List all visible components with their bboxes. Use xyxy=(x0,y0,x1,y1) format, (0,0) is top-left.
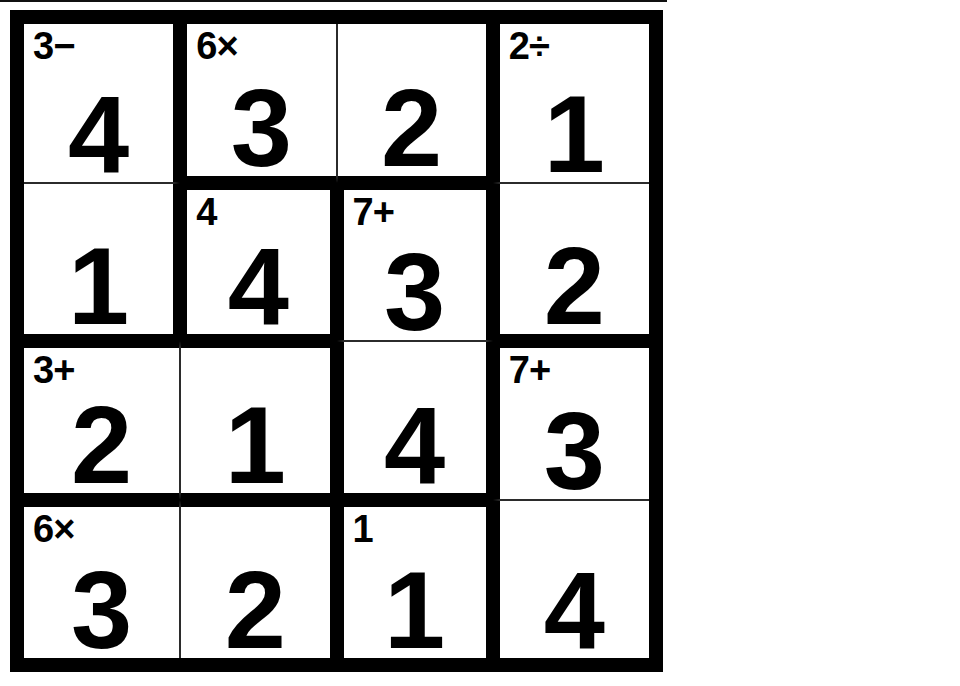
cell-r2c2[interactable]: 4 4 xyxy=(180,183,336,342)
cell-r3c1[interactable]: 3+ 2 xyxy=(24,341,180,500)
cage-clue: 7+ xyxy=(353,192,394,234)
cage-clue: 7+ xyxy=(509,350,550,392)
cage-clue: 3+ xyxy=(33,350,74,392)
cell-value: 2 xyxy=(500,243,649,329)
cell-r4c3[interactable]: 1 1 xyxy=(337,500,493,659)
cell-r2c3[interactable]: 7+ 3 xyxy=(337,183,493,342)
cell-r4c4[interactable]: 4 xyxy=(493,500,649,659)
cell-value: 4 xyxy=(500,567,649,653)
cage-clue: 2÷ xyxy=(509,26,549,68)
cell-value: 2 xyxy=(181,567,329,653)
cage-clue: 3− xyxy=(33,26,74,68)
cell-r1c3[interactable]: 2 xyxy=(337,24,493,183)
cell-r4c1[interactable]: 6× 3 xyxy=(24,500,180,659)
cell-value: 2 xyxy=(338,85,486,171)
cage-clue: 6× xyxy=(196,26,237,68)
cell-r2c1[interactable]: 1 xyxy=(24,183,180,342)
cell-value: 3 xyxy=(500,408,649,494)
cell-value: 1 xyxy=(24,243,173,329)
cell-value: 1 xyxy=(500,91,649,177)
cell-value: 3 xyxy=(24,567,179,653)
cell-r1c1[interactable]: 3− 4 xyxy=(24,24,180,183)
cell-value: 3 xyxy=(187,85,335,171)
cell-r3c2[interactable]: 1 xyxy=(180,341,336,500)
cell-r3c4[interactable]: 7+ 3 xyxy=(493,341,649,500)
cell-r1c2[interactable]: 6× 3 xyxy=(180,24,336,183)
cell-r4c2[interactable]: 2 xyxy=(180,500,336,659)
cage-clue: 4 xyxy=(196,192,216,234)
cell-r2c4[interactable]: 2 xyxy=(493,183,649,342)
cell-value: 1 xyxy=(181,402,329,488)
cell-value: 4 xyxy=(24,91,173,177)
cell-value: 2 xyxy=(24,402,179,488)
cell-r1c4[interactable]: 2÷ 1 xyxy=(493,24,649,183)
cage-clue: 6× xyxy=(33,509,74,551)
cell-value: 1 xyxy=(344,567,486,653)
crop-artifact-line xyxy=(0,0,667,2)
cell-value: 3 xyxy=(344,249,486,335)
cell-value: 4 xyxy=(187,243,329,329)
cage-clue: 1 xyxy=(353,509,373,551)
cell-value: 4 xyxy=(344,402,486,488)
cell-r3c3[interactable]: 4 xyxy=(337,341,493,500)
kenken-board: 3− 4 6× 3 2 2÷ 1 1 4 4 7+ 3 2 3+ 2 1 4 xyxy=(10,10,663,672)
